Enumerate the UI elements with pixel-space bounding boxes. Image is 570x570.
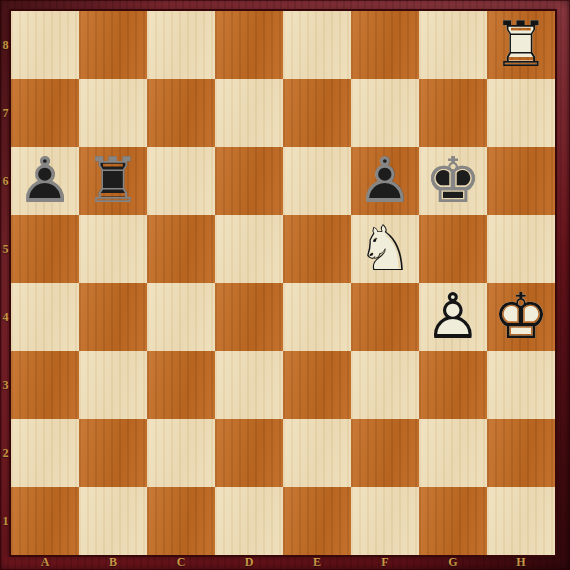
rank-label-1: 1 — [0, 487, 11, 555]
file-label-h: H — [487, 555, 555, 570]
piece-outline: ♔ — [419, 147, 487, 215]
square-c3[interactable] — [147, 351, 215, 419]
file-label-c: C — [147, 555, 215, 570]
black-rook-b6[interactable]: ♜♖ — [79, 147, 147, 215]
square-d7[interactable] — [215, 79, 283, 147]
square-h8[interactable]: ♜♖ — [487, 11, 555, 79]
file-label-g: G — [419, 555, 487, 570]
square-e1[interactable] — [283, 487, 351, 555]
square-h6[interactable] — [487, 147, 555, 215]
piece-outline: ♙ — [419, 283, 487, 351]
square-a3[interactable] — [11, 351, 79, 419]
rank-label-8: 8 — [0, 11, 11, 79]
white-rook-h8[interactable]: ♜♖ — [487, 11, 555, 79]
square-d8[interactable] — [215, 11, 283, 79]
black-pawn-a6[interactable]: ♟♙ — [11, 147, 79, 215]
square-b2[interactable] — [79, 419, 147, 487]
square-g2[interactable] — [419, 419, 487, 487]
piece-outline: ♙ — [11, 147, 79, 215]
square-a2[interactable] — [11, 419, 79, 487]
square-a8[interactable] — [11, 11, 79, 79]
square-d2[interactable] — [215, 419, 283, 487]
chess-board: ♜♖♟♙♜♖♟♙♚♔♞♘♟♙♚♔ — [11, 11, 555, 555]
square-f1[interactable] — [351, 487, 419, 555]
piece-outline: ♔ — [487, 283, 555, 351]
square-a5[interactable] — [11, 215, 79, 283]
square-c4[interactable] — [147, 283, 215, 351]
square-h7[interactable] — [487, 79, 555, 147]
square-g4[interactable]: ♟♙ — [419, 283, 487, 351]
square-c7[interactable] — [147, 79, 215, 147]
square-d4[interactable] — [215, 283, 283, 351]
square-h4[interactable]: ♚♔ — [487, 283, 555, 351]
square-g7[interactable] — [419, 79, 487, 147]
file-label-d: D — [215, 555, 283, 570]
square-d3[interactable] — [215, 351, 283, 419]
piece-outline: ♖ — [487, 11, 555, 79]
square-g5[interactable] — [419, 215, 487, 283]
rank-label-3: 3 — [0, 351, 11, 419]
square-h5[interactable] — [487, 215, 555, 283]
file-labels: ABCDEFGH — [11, 555, 555, 570]
square-b6[interactable]: ♜♖ — [79, 147, 147, 215]
square-c1[interactable] — [147, 487, 215, 555]
square-e6[interactable] — [283, 147, 351, 215]
square-f6[interactable]: ♟♙ — [351, 147, 419, 215]
square-g1[interactable] — [419, 487, 487, 555]
square-g6[interactable]: ♚♔ — [419, 147, 487, 215]
white-knight-f5[interactable]: ♞♘ — [351, 215, 419, 283]
square-a7[interactable] — [11, 79, 79, 147]
rank-label-4: 4 — [0, 283, 11, 351]
square-g8[interactable] — [419, 11, 487, 79]
square-e4[interactable] — [283, 283, 351, 351]
black-pawn-f6[interactable]: ♟♙ — [351, 147, 419, 215]
square-a6[interactable]: ♟♙ — [11, 147, 79, 215]
square-e8[interactable] — [283, 11, 351, 79]
square-b1[interactable] — [79, 487, 147, 555]
square-h1[interactable] — [487, 487, 555, 555]
square-a4[interactable] — [11, 283, 79, 351]
file-label-b: B — [79, 555, 147, 570]
file-label-e: E — [283, 555, 351, 570]
square-h2[interactable] — [487, 419, 555, 487]
square-f3[interactable] — [351, 351, 419, 419]
square-a1[interactable] — [11, 487, 79, 555]
square-f5[interactable]: ♞♘ — [351, 215, 419, 283]
square-b8[interactable] — [79, 11, 147, 79]
black-king-g6[interactable]: ♚♔ — [419, 147, 487, 215]
file-label-f: F — [351, 555, 419, 570]
rank-label-6: 6 — [0, 147, 11, 215]
square-d1[interactable] — [215, 487, 283, 555]
piece-outline: ♖ — [79, 147, 147, 215]
square-e3[interactable] — [283, 351, 351, 419]
square-f8[interactable] — [351, 11, 419, 79]
rank-label-7: 7 — [0, 79, 11, 147]
square-d6[interactable] — [215, 147, 283, 215]
chess-diagram: ♜♖♟♙♜♖♟♙♚♔♞♘♟♙♚♔ 87654321 ABCDEFGH — [0, 0, 570, 570]
square-f7[interactable] — [351, 79, 419, 147]
square-b4[interactable] — [79, 283, 147, 351]
square-d5[interactable] — [215, 215, 283, 283]
square-c5[interactable] — [147, 215, 215, 283]
square-e2[interactable] — [283, 419, 351, 487]
rank-label-5: 5 — [0, 215, 11, 283]
square-b7[interactable] — [79, 79, 147, 147]
square-f2[interactable] — [351, 419, 419, 487]
square-b3[interactable] — [79, 351, 147, 419]
rank-labels: 87654321 — [0, 11, 11, 555]
file-label-a: A — [11, 555, 79, 570]
square-h3[interactable] — [487, 351, 555, 419]
square-c8[interactable] — [147, 11, 215, 79]
square-g3[interactable] — [419, 351, 487, 419]
square-e5[interactable] — [283, 215, 351, 283]
square-b5[interactable] — [79, 215, 147, 283]
white-pawn-g4[interactable]: ♟♙ — [419, 283, 487, 351]
square-e7[interactable] — [283, 79, 351, 147]
rank-label-2: 2 — [0, 419, 11, 487]
piece-outline: ♙ — [351, 147, 419, 215]
piece-outline: ♘ — [351, 215, 419, 283]
white-king-h4[interactable]: ♚♔ — [487, 283, 555, 351]
square-f4[interactable] — [351, 283, 419, 351]
square-c6[interactable] — [147, 147, 215, 215]
square-c2[interactable] — [147, 419, 215, 487]
